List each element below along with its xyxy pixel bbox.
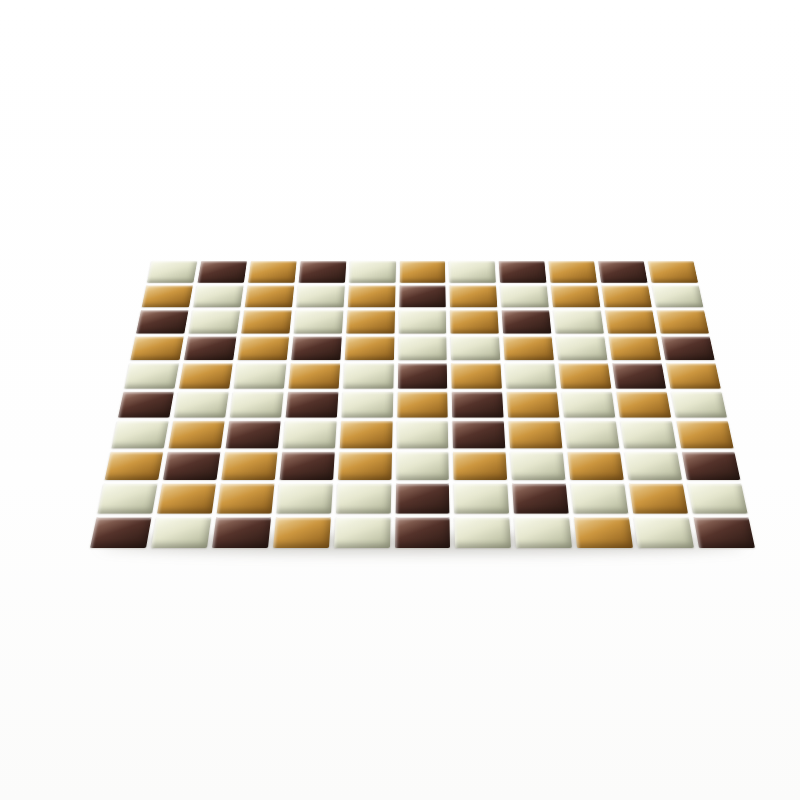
mosaic-tile [453, 451, 507, 479]
mosaic-tile [111, 421, 168, 448]
mosaic-tile [556, 336, 608, 360]
mosaic-tile [105, 451, 164, 479]
mosaic-tile [157, 483, 216, 513]
mosaic-tile [282, 421, 336, 448]
mosaic-tile [452, 363, 503, 388]
mosaic-tile [652, 285, 703, 307]
mosaic-tile [397, 391, 448, 417]
mosaic-tile [657, 310, 709, 333]
mosaic-tile [395, 483, 450, 513]
mosaic-tile [296, 285, 345, 307]
mosaic-tile [168, 421, 224, 448]
mosaic-tile [634, 517, 694, 548]
mosaic-tile [184, 336, 236, 360]
mosaic-tile [453, 421, 506, 448]
mosaic-tile [559, 363, 612, 388]
mosaic-tile [248, 261, 296, 282]
mosaic-tile [90, 517, 151, 548]
mosaic-tile [279, 451, 334, 479]
mosaic-tile [341, 391, 393, 417]
mosaic-tile [343, 363, 394, 388]
mosaic-tile [694, 517, 755, 548]
mosaic-tile [338, 451, 392, 479]
mosaic-tile [509, 421, 563, 448]
mosaic-tile [571, 483, 629, 513]
mosaic-tile [336, 483, 391, 513]
mosaic-tile [399, 261, 445, 282]
mosaic-tile [276, 483, 332, 513]
mosaic-tile [620, 421, 676, 448]
mosaic-tile [339, 421, 392, 448]
mosaic-tile [398, 336, 447, 360]
mosaic-tile [237, 336, 289, 360]
mosaic-tile [189, 310, 240, 333]
mosaic-tile [396, 451, 449, 479]
mosaic-tile [616, 391, 671, 417]
mosaic-tile [671, 391, 727, 417]
mosaic-tile [514, 517, 572, 548]
mosaic-tile [147, 261, 197, 282]
mosaic-tile [562, 391, 616, 417]
mosaic-tile [499, 261, 547, 282]
mosaic-tile [346, 310, 395, 333]
mosaic-tile [602, 285, 652, 307]
mosaic-tile [598, 261, 647, 282]
mosaic-tile [549, 261, 597, 282]
mosaic-tile [661, 336, 714, 360]
photo-scene [0, 0, 800, 800]
mosaic-tile [230, 391, 284, 417]
mosaic-tile [347, 285, 395, 307]
mosaic-tile [505, 363, 557, 388]
mosaic-tile [500, 285, 549, 307]
mosaic-tile [241, 310, 291, 333]
mosaic-tile [612, 363, 666, 388]
mosaic-tile [217, 483, 275, 513]
mosaic-tile [454, 483, 509, 513]
mosaic-sheet [90, 261, 755, 548]
mosaic-tile [212, 517, 271, 548]
mosaic-tile [197, 261, 246, 282]
mosaic-tile [688, 483, 748, 513]
mosaic-tile [502, 310, 552, 333]
mosaic-tile [396, 421, 448, 448]
mosaic-tile [512, 483, 568, 513]
mosaic-tile [273, 517, 331, 548]
mosaic-tile [334, 517, 391, 548]
mosaic-tile [553, 310, 603, 333]
mosaic-tile [629, 483, 688, 513]
mosaic-tile [221, 451, 277, 479]
mosaic-tile [682, 451, 741, 479]
mosaic-tile [293, 310, 343, 333]
mosaic-tile [234, 363, 287, 388]
mosaic-tile [163, 451, 220, 479]
mosaic-tile [625, 451, 682, 479]
mosaic-tile [449, 261, 496, 282]
mosaic-tile [398, 310, 446, 333]
mosaic-tile [136, 310, 188, 333]
mosaic-tile [245, 285, 294, 307]
mosaic-tile [298, 261, 346, 282]
mosaic-tile [452, 391, 504, 417]
mosaic-tile [174, 391, 229, 417]
mosaic-tile [551, 285, 600, 307]
mosaic-tile [450, 285, 498, 307]
mosaic-tile [609, 336, 661, 360]
mosaic-tile [676, 421, 733, 448]
mosaic-tile [450, 310, 499, 333]
mosaic-tile [397, 363, 447, 388]
mosaic-tile [288, 363, 340, 388]
mosaic-tile [455, 517, 512, 548]
mosaic-tile [648, 261, 698, 282]
mosaic-tile [451, 336, 501, 360]
mosaic-tile [568, 451, 624, 479]
mosaic-tile [142, 285, 193, 307]
mosaic-tile [605, 310, 656, 333]
mosaic-tile [511, 451, 566, 479]
mosaic-tile [291, 336, 342, 360]
mosaic-tile [151, 517, 211, 548]
mosaic-tile [225, 421, 280, 448]
mosaic-tile [97, 483, 157, 513]
mosaic-tile [399, 285, 446, 307]
mosaic-tile [504, 336, 555, 360]
mosaic-tile [666, 363, 721, 388]
mosaic-tile [349, 261, 396, 282]
mosaic-tile [193, 285, 243, 307]
mosaic-tile [130, 336, 183, 360]
mosaic-tile [395, 517, 451, 548]
mosaic-tile [124, 363, 179, 388]
mosaic-tile [118, 391, 174, 417]
mosaic-tile [507, 391, 560, 417]
mosaic-tile [565, 421, 620, 448]
mosaic-tile [574, 517, 633, 548]
mosaic-tile [344, 336, 394, 360]
mosaic-tile [285, 391, 338, 417]
mosaic-tile [179, 363, 233, 388]
